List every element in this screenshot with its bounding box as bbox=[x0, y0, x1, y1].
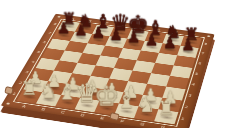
frame-corner-dot bbox=[207, 35, 210, 37]
hinge-knob-left bbox=[4, 86, 13, 95]
piece-white-rook-h1: ♜ bbox=[151, 98, 181, 117]
frame-corner-dot bbox=[6, 102, 10, 104]
chess-board: ABCDEFGH ABCDEFGH 87654321 87654321 ♜♞♝♛… bbox=[1, 14, 215, 128]
product-photo-background: ABCDEFGH ABCDEFGH 87654321 87654321 ♜♞♝♛… bbox=[0, 0, 228, 128]
